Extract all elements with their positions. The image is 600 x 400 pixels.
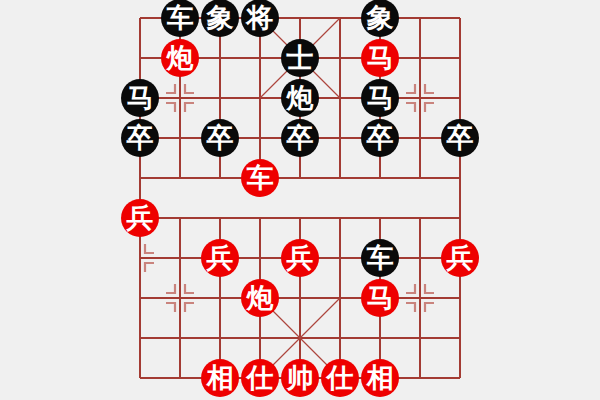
black-elephant[interactable]: 象 [361, 0, 399, 37]
black-pawn[interactable]: 卒 [121, 119, 159, 157]
red-cannon[interactable]: 炮 [241, 279, 279, 317]
red-pawn[interactable]: 兵 [121, 199, 159, 237]
black-cannon[interactable]: 炮 [281, 79, 319, 117]
black-pawn[interactable]: 卒 [281, 119, 319, 157]
black-pawn[interactable]: 卒 [361, 119, 399, 157]
red-elephant[interactable]: 相 [201, 359, 239, 397]
red-pawn[interactable]: 兵 [441, 239, 479, 277]
black-pawn[interactable]: 卒 [441, 119, 479, 157]
black-horse[interactable]: 马 [121, 79, 159, 117]
red-pawn[interactable]: 兵 [201, 239, 239, 277]
black-chariot[interactable]: 车 [361, 239, 399, 277]
black-advisor[interactable]: 士 [281, 39, 319, 77]
xiangqi-board: 车象将象炮士马马炮马卒卒卒卒卒车兵兵兵车兵炮马相仕帅仕相 [0, 0, 600, 400]
red-elephant[interactable]: 相 [361, 359, 399, 397]
red-chariot[interactable]: 车 [241, 159, 279, 197]
red-horse[interactable]: 马 [361, 279, 399, 317]
piece-layer: 车象将象炮士马马炮马卒卒卒卒卒车兵兵兵车兵炮马相仕帅仕相 [120, 0, 480, 398]
black-king[interactable]: 将 [241, 0, 279, 37]
red-horse[interactable]: 马 [361, 39, 399, 77]
red-cannon[interactable]: 炮 [161, 39, 199, 77]
black-chariot[interactable]: 车 [161, 0, 199, 37]
red-king[interactable]: 帅 [281, 359, 319, 397]
red-pawn[interactable]: 兵 [281, 239, 319, 277]
black-horse[interactable]: 马 [361, 79, 399, 117]
black-pawn[interactable]: 卒 [201, 119, 239, 157]
red-advisor[interactable]: 仕 [241, 359, 279, 397]
black-elephant[interactable]: 象 [201, 0, 239, 37]
red-advisor[interactable]: 仕 [321, 359, 359, 397]
